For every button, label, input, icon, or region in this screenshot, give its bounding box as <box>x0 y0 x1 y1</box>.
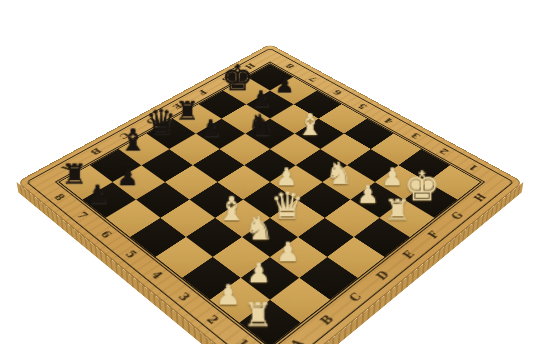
black-pawn-g7: ♟ <box>251 88 271 110</box>
white-rook-a1: ♜ <box>243 299 273 332</box>
file-label-A-near: A <box>288 337 306 344</box>
black-rook-a8: ♜ <box>62 161 87 189</box>
black-pawn-b7: ♟ <box>116 165 138 190</box>
white-pawn-f2: ♟ <box>356 182 378 207</box>
file-label-G-near: G <box>449 210 466 221</box>
white-bishop-g5: ♝ <box>296 110 323 140</box>
file-label-F-far: F <box>196 88 209 96</box>
file-label-E-near: E <box>401 249 418 261</box>
chess-set-photo: 1122334455667788AABBCCDDEEFFGGHH ♜♟♟♜♟♟♟… <box>0 0 540 344</box>
black-pawn-a7: ♟ <box>86 182 108 207</box>
rank-label-5-far: 5 <box>356 102 369 110</box>
white-pawn-g2: ♟ <box>381 165 403 190</box>
black-rook-e8: ♜ <box>175 99 199 125</box>
rank-label-2-near: 2 <box>204 314 221 327</box>
white-knight-c3: ♞ <box>244 212 274 245</box>
white-queen-d3: ♛ <box>270 188 304 226</box>
board-grid: ♜♟♟♜♟♟♟♞♝♝♛♛♟♟♜♜♟♞♞♚♟♝♟♚♟ <box>60 64 480 344</box>
rank-label-6-far: 6 <box>331 89 344 97</box>
white-knight-f3: ♞ <box>325 158 353 189</box>
rank-label-6-near: 6 <box>98 229 114 240</box>
rank-label-8-near: 8 <box>52 193 68 203</box>
rank-label-1-near: 1 <box>234 337 252 344</box>
rank-label-3-near: 3 <box>175 291 192 303</box>
file-label-D-near: D <box>374 269 392 282</box>
black-pawn-h7: ♟ <box>274 74 294 96</box>
chess-board: 1122334455667788AABBCCDDEEFFGGHH ♜♟♟♜♟♟♟… <box>17 44 524 344</box>
black-bishop-c8: ♝ <box>119 125 147 156</box>
file-label-F-near: F <box>426 229 442 240</box>
rank-label-8-far: 8 <box>284 62 297 69</box>
white-rook-f1: ♜ <box>384 196 411 226</box>
rank-label-2-far: 2 <box>437 147 451 156</box>
file-label-B-far: B <box>89 146 104 156</box>
black-knight-f6: ♞ <box>247 111 273 140</box>
file-label-H-near: H <box>472 192 489 203</box>
rank-label-7-near: 7 <box>74 211 90 221</box>
rank-label-3-far: 3 <box>409 131 423 140</box>
file-label-C-near: C <box>347 291 365 304</box>
file-label-B-near: B <box>318 313 337 327</box>
white-pawn-a2: ♟ <box>215 281 240 309</box>
rank-label-4-near: 4 <box>148 270 165 282</box>
white-pawn-c2: ♟ <box>275 239 299 266</box>
white-pawn-b2: ♟ <box>246 259 271 286</box>
rank-label-4-far: 4 <box>382 117 395 125</box>
black-pawn-e7: ♟ <box>200 117 221 140</box>
rank-label-5-near: 5 <box>123 249 139 260</box>
rank-label-7-far: 7 <box>307 75 320 82</box>
white-bishop-c4: ♝ <box>216 192 246 226</box>
rank-label-1-far: 1 <box>466 163 480 172</box>
